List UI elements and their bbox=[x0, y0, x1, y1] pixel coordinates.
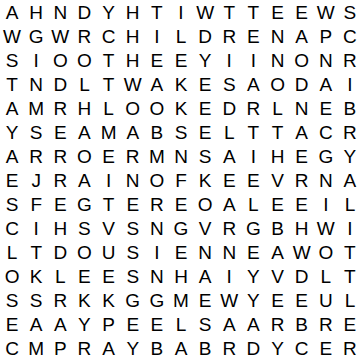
grid-cell[interactable]: A bbox=[290, 24, 314, 48]
grid-cell[interactable]: T bbox=[338, 265, 362, 289]
grid-cell[interactable]: P bbox=[48, 337, 72, 361]
grid-cell[interactable]: K bbox=[97, 289, 121, 313]
grid-cell[interactable]: B bbox=[265, 217, 289, 241]
grid-cell[interactable]: E bbox=[290, 289, 314, 313]
grid-cell[interactable]: R bbox=[217, 24, 241, 48]
grid-cell[interactable]: E bbox=[72, 265, 96, 289]
grid-cell[interactable]: W bbox=[290, 241, 314, 265]
grid-cell[interactable]: R bbox=[72, 24, 96, 48]
grid-cell[interactable]: O bbox=[121, 96, 145, 120]
grid-cell[interactable]: Y bbox=[121, 337, 145, 361]
grid-cell[interactable]: I bbox=[217, 48, 241, 72]
grid-cell[interactable]: W bbox=[314, 217, 338, 241]
grid-cell[interactable]: N bbox=[24, 72, 48, 96]
grid-cell[interactable]: G bbox=[24, 24, 48, 48]
grid-cell[interactable]: E bbox=[265, 289, 289, 313]
grid-cell[interactable]: C bbox=[338, 24, 362, 48]
grid-cell[interactable]: K bbox=[72, 289, 96, 313]
grid-cell[interactable]: T bbox=[217, 0, 241, 24]
grid-cell[interactable]: S bbox=[193, 313, 217, 337]
grid-cell[interactable]: U bbox=[314, 289, 338, 313]
grid-cell[interactable]: I bbox=[169, 0, 193, 24]
grid-cell[interactable]: E bbox=[48, 120, 72, 144]
grid-cell[interactable]: D bbox=[241, 337, 265, 361]
grid-cell[interactable]: R bbox=[121, 144, 145, 168]
grid-cell[interactable]: R bbox=[48, 96, 72, 120]
grid-cell[interactable]: N bbox=[48, 0, 72, 24]
grid-cell[interactable]: O bbox=[0, 265, 24, 289]
grid-cell[interactable]: K bbox=[169, 72, 193, 96]
grid-cell[interactable]: I bbox=[145, 241, 169, 265]
grid-cell[interactable]: H bbox=[290, 217, 314, 241]
grid-cell[interactable]: I bbox=[338, 72, 362, 96]
grid-cell[interactable]: E bbox=[0, 168, 24, 192]
grid-cell[interactable]: H bbox=[265, 144, 289, 168]
grid-cell[interactable]: L bbox=[97, 96, 121, 120]
grid-cell[interactable]: J bbox=[24, 168, 48, 192]
grid-cell[interactable]: A bbox=[72, 168, 96, 192]
grid-cell[interactable]: A bbox=[0, 144, 24, 168]
grid-cell[interactable]: L bbox=[314, 265, 338, 289]
grid-cell[interactable]: H bbox=[72, 96, 96, 120]
grid-cell[interactable]: E bbox=[193, 120, 217, 144]
grid-cell[interactable]: O bbox=[72, 241, 96, 265]
grid-cell[interactable]: D bbox=[48, 72, 72, 96]
grid-cell[interactable]: E bbox=[121, 193, 145, 217]
grid-cell[interactable]: T bbox=[24, 241, 48, 265]
grid-cell[interactable]: A bbox=[217, 313, 241, 337]
grid-cell[interactable]: G bbox=[121, 289, 145, 313]
grid-cell[interactable]: N bbox=[169, 144, 193, 168]
grid-cell[interactable]: D bbox=[217, 96, 241, 120]
grid-cell[interactable]: V bbox=[193, 217, 217, 241]
grid-cell[interactable]: G bbox=[169, 217, 193, 241]
grid-cell[interactable]: T bbox=[265, 120, 289, 144]
word-search-grid: AHNDYHTIWTTEEWSWGWRCHILDRENAPCSIOOTHEEYI… bbox=[0, 0, 362, 361]
grid-cell[interactable]: N bbox=[145, 265, 169, 289]
grid-cell[interactable]: E bbox=[193, 72, 217, 96]
grid-cell[interactable]: M bbox=[24, 337, 48, 361]
grid-cell[interactable]: H bbox=[121, 24, 145, 48]
grid-cell[interactable]: W bbox=[48, 24, 72, 48]
grid-cell[interactable]: C bbox=[0, 337, 24, 361]
grid-cell[interactable]: L bbox=[241, 193, 265, 217]
grid-cell[interactable]: R bbox=[48, 168, 72, 192]
grid-cell[interactable]: S bbox=[169, 120, 193, 144]
grid-cell[interactable]: S bbox=[217, 72, 241, 96]
grid-cell[interactable]: K bbox=[193, 168, 217, 192]
grid-cell[interactable]: E bbox=[145, 48, 169, 72]
grid-cell[interactable]: A bbox=[217, 193, 241, 217]
grid-cell[interactable]: A bbox=[265, 241, 289, 265]
grid-cell[interactable]: D bbox=[290, 265, 314, 289]
grid-cell[interactable]: V bbox=[265, 265, 289, 289]
grid-cell[interactable]: Y bbox=[193, 48, 217, 72]
grid-cell[interactable]: N bbox=[314, 168, 338, 192]
grid-cell[interactable]: E bbox=[97, 265, 121, 289]
grid-cell[interactable]: M bbox=[97, 120, 121, 144]
grid-cell[interactable]: W bbox=[193, 0, 217, 24]
grid-cell[interactable]: B bbox=[145, 337, 169, 361]
grid-cell[interactable]: B bbox=[145, 120, 169, 144]
grid-cell[interactable]: F bbox=[169, 168, 193, 192]
grid-cell[interactable]: Y bbox=[97, 0, 121, 24]
grid-cell[interactable]: E bbox=[265, 0, 289, 24]
grid-cell[interactable]: A bbox=[0, 0, 24, 24]
grid-cell[interactable]: L bbox=[217, 120, 241, 144]
grid-cell[interactable]: A bbox=[241, 72, 265, 96]
grid-cell[interactable]: E bbox=[48, 193, 72, 217]
grid-cell[interactable]: C bbox=[97, 24, 121, 48]
grid-cell[interactable]: W bbox=[217, 289, 241, 313]
grid-cell[interactable]: S bbox=[0, 48, 24, 72]
grid-cell[interactable]: O bbox=[145, 96, 169, 120]
grid-cell[interactable]: T bbox=[97, 72, 121, 96]
grid-cell[interactable]: R bbox=[217, 337, 241, 361]
grid-cell[interactable]: N bbox=[265, 24, 289, 48]
grid-cell[interactable]: A bbox=[121, 120, 145, 144]
grid-cell[interactable]: O bbox=[314, 241, 338, 265]
grid-cell[interactable]: A bbox=[290, 120, 314, 144]
grid-cell[interactable]: R bbox=[145, 193, 169, 217]
grid-cell[interactable]: W bbox=[314, 0, 338, 24]
grid-cell[interactable]: O bbox=[290, 48, 314, 72]
grid-cell[interactable]: I bbox=[314, 193, 338, 217]
grid-cell[interactable]: D bbox=[72, 0, 96, 24]
grid-cell[interactable]: L bbox=[265, 96, 289, 120]
grid-cell[interactable]: H bbox=[121, 48, 145, 72]
grid-cell[interactable]: R bbox=[48, 144, 72, 168]
grid-cell[interactable]: S bbox=[24, 289, 48, 313]
grid-cell[interactable]: R bbox=[338, 337, 362, 361]
grid-cell[interactable]: L bbox=[0, 241, 24, 265]
grid-cell[interactable]: N bbox=[193, 241, 217, 265]
grid-cell[interactable]: O bbox=[193, 193, 217, 217]
grid-cell[interactable]: G bbox=[314, 144, 338, 168]
grid-cell[interactable]: W bbox=[0, 24, 24, 48]
grid-cell[interactable]: S bbox=[338, 0, 362, 24]
grid-cell[interactable]: E bbox=[0, 313, 24, 337]
grid-cell[interactable]: I bbox=[24, 48, 48, 72]
grid-cell[interactable]: E bbox=[338, 313, 362, 337]
grid-cell[interactable]: S bbox=[121, 265, 145, 289]
grid-cell[interactable]: H bbox=[48, 217, 72, 241]
grid-cell[interactable]: V bbox=[97, 217, 121, 241]
grid-cell[interactable]: Y bbox=[0, 120, 24, 144]
grid-cell[interactable]: E bbox=[121, 313, 145, 337]
grid-cell[interactable]: T bbox=[241, 0, 265, 24]
grid-cell[interactable]: Y bbox=[241, 265, 265, 289]
grid-cell[interactable]: K bbox=[169, 96, 193, 120]
grid-cell[interactable]: Y bbox=[241, 289, 265, 313]
grid-cell[interactable]: T bbox=[145, 0, 169, 24]
grid-cell[interactable]: O bbox=[72, 144, 96, 168]
grid-cell[interactable]: E bbox=[97, 144, 121, 168]
grid-cell[interactable]: T bbox=[0, 72, 24, 96]
grid-cell[interactable]: T bbox=[97, 193, 121, 217]
grid-cell[interactable]: S bbox=[0, 193, 24, 217]
grid-cell[interactable]: E bbox=[290, 193, 314, 217]
grid-cell[interactable]: H bbox=[121, 0, 145, 24]
grid-cell[interactable]: G bbox=[145, 289, 169, 313]
grid-cell[interactable]: I bbox=[241, 144, 265, 168]
grid-cell[interactable]: L bbox=[338, 289, 362, 313]
grid-cell[interactable]: I bbox=[241, 48, 265, 72]
grid-cell[interactable]: T bbox=[97, 48, 121, 72]
grid-cell[interactable]: R bbox=[314, 313, 338, 337]
grid-cell[interactable]: E bbox=[241, 168, 265, 192]
grid-cell[interactable]: C bbox=[0, 217, 24, 241]
grid-cell[interactable]: S bbox=[193, 144, 217, 168]
grid-cell[interactable]: L bbox=[72, 72, 96, 96]
grid-cell[interactable]: R bbox=[24, 144, 48, 168]
grid-cell[interactable]: W bbox=[121, 72, 145, 96]
grid-cell[interactable]: I bbox=[145, 24, 169, 48]
grid-cell[interactable]: E bbox=[169, 48, 193, 72]
grid-cell[interactable]: B bbox=[290, 313, 314, 337]
grid-cell[interactable]: D bbox=[48, 241, 72, 265]
grid-cell[interactable]: I bbox=[24, 217, 48, 241]
grid-cell[interactable]: E bbox=[217, 168, 241, 192]
grid-cell[interactable]: C bbox=[314, 120, 338, 144]
grid-cell[interactable]: M bbox=[24, 96, 48, 120]
grid-cell[interactable]: E bbox=[265, 193, 289, 217]
grid-cell[interactable]: P bbox=[314, 24, 338, 48]
grid-cell[interactable]: E bbox=[314, 96, 338, 120]
grid-cell[interactable]: B bbox=[193, 337, 217, 361]
grid-cell[interactable]: R bbox=[338, 120, 362, 144]
grid-cell[interactable]: R bbox=[241, 96, 265, 120]
grid-cell[interactable]: I bbox=[338, 217, 362, 241]
grid-cell[interactable]: M bbox=[169, 289, 193, 313]
grid-cell[interactable]: L bbox=[169, 24, 193, 48]
grid-cell[interactable]: K bbox=[24, 265, 48, 289]
grid-cell[interactable]: E bbox=[169, 241, 193, 265]
grid-cell[interactable]: R bbox=[338, 48, 362, 72]
grid-cell[interactable]: L bbox=[338, 193, 362, 217]
grid-cell[interactable]: A bbox=[0, 96, 24, 120]
grid-cell[interactable]: E bbox=[193, 96, 217, 120]
grid-cell[interactable]: N bbox=[145, 217, 169, 241]
grid-cell[interactable]: R bbox=[217, 217, 241, 241]
grid-cell[interactable]: N bbox=[121, 168, 145, 192]
grid-cell[interactable]: E bbox=[290, 144, 314, 168]
grid-cell[interactable]: E bbox=[314, 337, 338, 361]
grid-cell[interactable]: S bbox=[121, 217, 145, 241]
grid-cell[interactable]: S bbox=[0, 289, 24, 313]
grid-cell[interactable]: A bbox=[193, 265, 217, 289]
grid-cell[interactable]: R bbox=[290, 168, 314, 192]
grid-cell[interactable]: E bbox=[145, 313, 169, 337]
grid-cell[interactable]: C bbox=[290, 337, 314, 361]
grid-cell[interactable]: A bbox=[217, 144, 241, 168]
grid-cell[interactable]: H bbox=[24, 0, 48, 24]
grid-cell[interactable]: A bbox=[48, 313, 72, 337]
grid-cell[interactable]: S bbox=[24, 120, 48, 144]
grid-cell[interactable]: A bbox=[338, 168, 362, 192]
grid-cell[interactable]: G bbox=[72, 193, 96, 217]
grid-cell[interactable]: I bbox=[217, 265, 241, 289]
grid-cell[interactable]: A bbox=[169, 337, 193, 361]
grid-cell[interactable]: M bbox=[145, 144, 169, 168]
grid-cell[interactable]: Y bbox=[265, 337, 289, 361]
grid-cell[interactable]: D bbox=[193, 24, 217, 48]
grid-cell[interactable]: N bbox=[314, 48, 338, 72]
grid-cell[interactable]: N bbox=[265, 48, 289, 72]
grid-cell[interactable]: B bbox=[338, 96, 362, 120]
grid-cell[interactable]: O bbox=[145, 168, 169, 192]
grid-cell[interactable]: U bbox=[97, 241, 121, 265]
grid-cell[interactable]: O bbox=[265, 72, 289, 96]
grid-cell[interactable]: P bbox=[97, 313, 121, 337]
grid-cell[interactable]: Y bbox=[338, 144, 362, 168]
grid-cell[interactable]: L bbox=[169, 313, 193, 337]
grid-cell[interactable]: Y bbox=[72, 313, 96, 337]
grid-cell[interactable]: I bbox=[97, 168, 121, 192]
grid-cell[interactable]: A bbox=[72, 120, 96, 144]
grid-cell[interactable]: A bbox=[97, 337, 121, 361]
grid-cell[interactable]: A bbox=[314, 72, 338, 96]
grid-cell[interactable]: R bbox=[72, 337, 96, 361]
grid-cell[interactable]: A bbox=[241, 313, 265, 337]
grid-cell[interactable]: F bbox=[24, 193, 48, 217]
grid-cell[interactable]: E bbox=[193, 289, 217, 313]
grid-cell[interactable]: O bbox=[48, 48, 72, 72]
grid-cell[interactable]: D bbox=[290, 72, 314, 96]
grid-cell[interactable]: G bbox=[241, 217, 265, 241]
grid-cell[interactable]: T bbox=[338, 241, 362, 265]
grid-cell[interactable]: H bbox=[169, 265, 193, 289]
grid-cell[interactable]: A bbox=[145, 72, 169, 96]
grid-cell[interactable]: E bbox=[290, 0, 314, 24]
grid-cell[interactable]: N bbox=[290, 96, 314, 120]
grid-cell[interactable]: S bbox=[72, 217, 96, 241]
grid-cell[interactable]: L bbox=[48, 265, 72, 289]
grid-cell[interactable]: O bbox=[72, 48, 96, 72]
grid-cell[interactable]: R bbox=[48, 289, 72, 313]
grid-cell[interactable]: E bbox=[241, 241, 265, 265]
grid-cell[interactable]: R bbox=[265, 313, 289, 337]
grid-cell[interactable]: V bbox=[265, 168, 289, 192]
grid-cell[interactable]: E bbox=[169, 193, 193, 217]
grid-cell[interactable]: S bbox=[121, 241, 145, 265]
grid-cell[interactable]: N bbox=[217, 241, 241, 265]
grid-cell[interactable]: A bbox=[24, 313, 48, 337]
grid-cell[interactable]: E bbox=[241, 24, 265, 48]
grid-cell[interactable]: T bbox=[241, 120, 265, 144]
